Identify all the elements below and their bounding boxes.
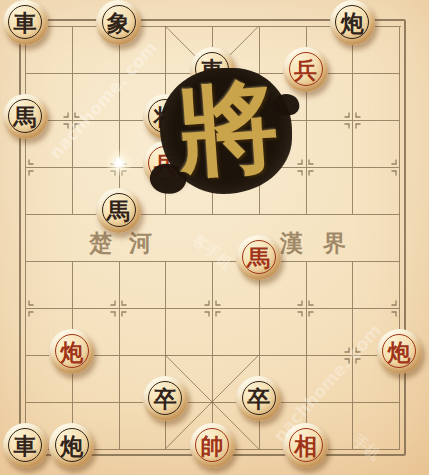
red-elephant[interactable]: 相 (283, 423, 328, 468)
black-horse[interactable]: 馬 (3, 94, 48, 139)
black-cannon[interactable]: 炮 (49, 423, 94, 468)
piece-ring: 卒 (148, 381, 182, 415)
piece-ring: 兵 (148, 146, 182, 180)
piece-ring: 兵 (289, 52, 323, 86)
black-horse[interactable]: 馬 (96, 188, 141, 233)
piece-glyph: 相 (294, 434, 317, 457)
red-horse[interactable]: 馬 (236, 235, 281, 280)
piece-glyph: 象 (107, 11, 130, 34)
piece-ring: 馬 (102, 193, 136, 227)
black-elephant[interactable]: 象 (96, 0, 141, 45)
piece-glyph: 車 (14, 11, 37, 34)
piece-ring: 車 (8, 5, 42, 39)
black-chariot[interactable]: 車 (3, 0, 48, 45)
piece-glyph: 兵 (154, 152, 177, 175)
red-cannon[interactable]: 炮 (377, 329, 422, 374)
piece-ring: 帥 (195, 428, 229, 462)
piece-ring: 車 (195, 52, 229, 86)
piece-glyph: 車 (201, 58, 224, 81)
piece-ring: 象 (102, 5, 136, 39)
piece-glyph: 将 (154, 105, 177, 128)
piece-ring: 炮 (55, 334, 89, 368)
black-soldier[interactable]: 卒 (236, 376, 281, 421)
red-cannon[interactable]: 炮 (49, 329, 94, 374)
piece-ring: 炮 (335, 5, 369, 39)
piece-ring: 相 (289, 428, 323, 462)
piece-glyph: 炮 (60, 340, 83, 363)
piece-glyph: 卒 (247, 387, 270, 410)
xiangqi-board: 楚河 漢界 車象炮車兵馬将兵馬馬炮炮卒卒車炮帥相 將 nachhome. com… (0, 0, 429, 475)
red-soldier[interactable]: 兵 (283, 47, 328, 92)
piece-ring: 車 (8, 428, 42, 462)
piece-glyph: 兵 (294, 58, 317, 81)
piece-glyph: 馬 (14, 105, 37, 128)
piece-ring: 炮 (382, 334, 416, 368)
piece-ring: 馬 (8, 99, 42, 133)
red-soldier[interactable]: 兵 (143, 141, 188, 186)
piece-glyph: 炮 (341, 11, 364, 34)
red-general[interactable]: 帥 (190, 423, 235, 468)
piece-glyph: 車 (14, 434, 37, 457)
piece-glyph: 馬 (107, 199, 130, 222)
piece-ring: 炮 (55, 428, 89, 462)
black-soldier[interactable]: 卒 (143, 376, 188, 421)
pieces-layer: 車象炮車兵馬将兵馬馬炮炮卒卒車炮帥相 (0, 0, 429, 475)
piece-glyph: 卒 (154, 387, 177, 410)
piece-glyph: 馬 (247, 246, 270, 269)
piece-ring: 馬 (242, 240, 276, 274)
piece-glyph: 炮 (388, 340, 411, 363)
piece-glyph: 炮 (60, 434, 83, 457)
piece-glyph: 帥 (201, 434, 224, 457)
piece-ring: 将 (148, 99, 182, 133)
piece-ring: 卒 (242, 381, 276, 415)
black-general[interactable]: 将 (143, 94, 188, 139)
black-chariot[interactable]: 車 (3, 423, 48, 468)
black-chariot[interactable]: 車 (190, 47, 235, 92)
black-cannon[interactable]: 炮 (330, 0, 375, 45)
